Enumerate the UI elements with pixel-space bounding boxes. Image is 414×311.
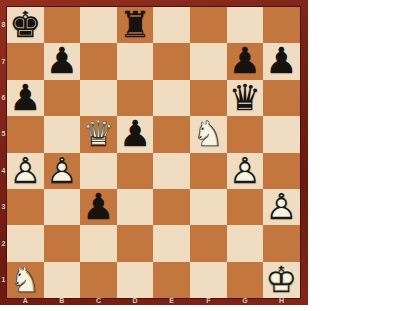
square-b8[interactable] bbox=[44, 7, 81, 43]
square-a2[interactable] bbox=[7, 225, 44, 261]
square-e4[interactable] bbox=[153, 153, 190, 189]
square-e6[interactable] bbox=[153, 80, 190, 116]
rank-label-7: 7 bbox=[0, 58, 7, 66]
square-f8[interactable] bbox=[190, 7, 227, 43]
square-d6[interactable] bbox=[117, 80, 154, 116]
square-e2[interactable] bbox=[153, 225, 190, 261]
square-a5[interactable] bbox=[7, 116, 44, 152]
rank-label-6: 6 bbox=[0, 94, 7, 102]
black-pawn[interactable]: ♟ bbox=[117, 116, 154, 152]
square-g5[interactable] bbox=[227, 116, 264, 152]
square-b2[interactable] bbox=[44, 225, 81, 261]
white-pawn[interactable]: ♟♙ bbox=[227, 153, 264, 189]
square-c8[interactable] bbox=[80, 7, 117, 43]
square-c4[interactable] bbox=[80, 153, 117, 189]
square-a1[interactable]: ♞♘ bbox=[7, 262, 44, 298]
piece-glyph-outline: ♙ bbox=[44, 153, 81, 189]
square-d5[interactable]: ♟ bbox=[117, 116, 154, 152]
square-h3[interactable]: ♟♙ bbox=[263, 189, 300, 225]
file-label-e: E bbox=[153, 297, 190, 305]
black-pawn[interactable]: ♟ bbox=[80, 189, 117, 225]
file-label-f: F bbox=[190, 297, 227, 305]
square-c5[interactable]: ♛♕ bbox=[80, 116, 117, 152]
square-g7[interactable]: ♟ bbox=[227, 43, 264, 79]
black-pawn[interactable]: ♟ bbox=[7, 80, 44, 116]
black-queen[interactable]: ♛ bbox=[227, 80, 264, 116]
white-knight[interactable]: ♞♘ bbox=[190, 116, 227, 152]
square-g3[interactable] bbox=[227, 189, 264, 225]
square-b7[interactable]: ♟ bbox=[44, 43, 81, 79]
white-pawn[interactable]: ♟♙ bbox=[263, 189, 300, 225]
square-c3[interactable]: ♟ bbox=[80, 189, 117, 225]
square-d1[interactable] bbox=[117, 262, 154, 298]
square-g8[interactable] bbox=[227, 7, 264, 43]
square-g6[interactable]: ♛ bbox=[227, 80, 264, 116]
rank-label-3: 3 bbox=[0, 203, 7, 211]
square-g2[interactable] bbox=[227, 225, 264, 261]
square-c6[interactable] bbox=[80, 80, 117, 116]
square-b6[interactable] bbox=[44, 80, 81, 116]
square-g4[interactable]: ♟♙ bbox=[227, 153, 264, 189]
square-f1[interactable] bbox=[190, 262, 227, 298]
board-squares: ♚♜♟♟♟♟♛♛♕♟♞♘♟♙♟♙♟♙♟♟♙♞♘♚♔ bbox=[7, 7, 300, 298]
square-c1[interactable] bbox=[80, 262, 117, 298]
square-h7[interactable]: ♟ bbox=[263, 43, 300, 79]
black-king[interactable]: ♚ bbox=[7, 7, 44, 43]
square-f7[interactable] bbox=[190, 43, 227, 79]
square-e3[interactable] bbox=[153, 189, 190, 225]
square-g1[interactable] bbox=[227, 262, 264, 298]
square-e1[interactable] bbox=[153, 262, 190, 298]
rank-label-1: 1 bbox=[0, 276, 7, 284]
file-label-g: G bbox=[227, 297, 264, 305]
square-a7[interactable] bbox=[7, 43, 44, 79]
white-knight[interactable]: ♞♘ bbox=[7, 262, 44, 298]
piece-glyph-outline: ♘ bbox=[190, 116, 227, 152]
square-d3[interactable] bbox=[117, 189, 154, 225]
square-f2[interactable] bbox=[190, 225, 227, 261]
square-a4[interactable]: ♟♙ bbox=[7, 153, 44, 189]
square-d7[interactable] bbox=[117, 43, 154, 79]
square-f4[interactable] bbox=[190, 153, 227, 189]
white-king[interactable]: ♚♔ bbox=[263, 262, 300, 298]
square-h6[interactable] bbox=[263, 80, 300, 116]
square-b5[interactable] bbox=[44, 116, 81, 152]
square-e5[interactable] bbox=[153, 116, 190, 152]
white-queen[interactable]: ♛♕ bbox=[80, 116, 117, 152]
square-e7[interactable] bbox=[153, 43, 190, 79]
square-f5[interactable]: ♞♘ bbox=[190, 116, 227, 152]
square-b1[interactable] bbox=[44, 262, 81, 298]
square-b3[interactable] bbox=[44, 189, 81, 225]
piece-glyph-outline: ♙ bbox=[263, 189, 300, 225]
square-a6[interactable]: ♟ bbox=[7, 80, 44, 116]
square-d2[interactable] bbox=[117, 225, 154, 261]
file-label-c: C bbox=[80, 297, 117, 305]
square-f3[interactable] bbox=[190, 189, 227, 225]
file-label-h: H bbox=[263, 297, 300, 305]
file-label-d: D bbox=[117, 297, 154, 305]
square-h2[interactable] bbox=[263, 225, 300, 261]
piece-glyph-outline: ♕ bbox=[80, 116, 117, 152]
square-f6[interactable] bbox=[190, 80, 227, 116]
square-h5[interactable] bbox=[263, 116, 300, 152]
rank-label-4: 4 bbox=[0, 167, 7, 175]
black-rook[interactable]: ♜ bbox=[117, 7, 154, 43]
square-a3[interactable] bbox=[7, 189, 44, 225]
square-c2[interactable] bbox=[80, 225, 117, 261]
square-c7[interactable] bbox=[80, 43, 117, 79]
piece-glyph-outline: ♔ bbox=[263, 262, 300, 298]
square-b4[interactable]: ♟♙ bbox=[44, 153, 81, 189]
chess-board: ♚♜♟♟♟♟♛♛♕♟♞♘♟♙♟♙♟♙♟♟♙♞♘♚♔ 87654321 ABCDE… bbox=[0, 0, 308, 305]
black-pawn[interactable]: ♟ bbox=[227, 43, 264, 79]
square-e8[interactable] bbox=[153, 7, 190, 43]
rank-label-2: 2 bbox=[0, 240, 7, 248]
white-pawn[interactable]: ♟♙ bbox=[7, 153, 44, 189]
rank-label-5: 5 bbox=[0, 130, 7, 138]
square-a8[interactable]: ♚ bbox=[7, 7, 44, 43]
square-h1[interactable]: ♚♔ bbox=[263, 262, 300, 298]
white-pawn[interactable]: ♟♙ bbox=[44, 153, 81, 189]
square-h8[interactable] bbox=[263, 7, 300, 43]
piece-glyph-outline: ♘ bbox=[7, 262, 44, 298]
square-d4[interactable] bbox=[117, 153, 154, 189]
square-h4[interactable] bbox=[263, 153, 300, 189]
piece-glyph-outline: ♙ bbox=[7, 153, 44, 189]
square-d8[interactable]: ♜ bbox=[117, 7, 154, 43]
black-pawn[interactable]: ♟ bbox=[263, 43, 300, 79]
black-pawn[interactable]: ♟ bbox=[44, 43, 81, 79]
rank-label-8: 8 bbox=[0, 21, 7, 29]
file-label-b: B bbox=[44, 297, 81, 305]
file-label-a: A bbox=[7, 297, 44, 305]
piece-glyph-outline: ♙ bbox=[227, 153, 264, 189]
